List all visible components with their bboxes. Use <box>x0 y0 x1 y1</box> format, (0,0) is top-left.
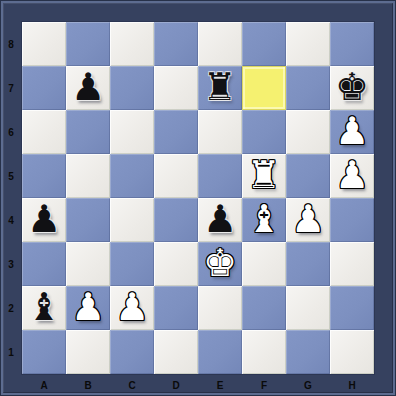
square-d1[interactable] <box>154 330 198 374</box>
square-f7[interactable] <box>242 66 286 110</box>
rank-label-5: 5 <box>0 154 22 198</box>
square-d6[interactable] <box>154 110 198 154</box>
file-label-h: H <box>330 374 374 396</box>
square-f5[interactable]: ♜ <box>242 154 286 198</box>
square-f2[interactable] <box>242 286 286 330</box>
square-d7[interactable] <box>154 66 198 110</box>
square-b3[interactable] <box>66 242 110 286</box>
square-h7[interactable]: ♚ <box>330 66 374 110</box>
piece-black-bishop[interactable]: ♝ <box>27 288 61 326</box>
square-h4[interactable] <box>330 198 374 242</box>
square-e1[interactable] <box>198 330 242 374</box>
square-g6[interactable] <box>286 110 330 154</box>
file-label-f: F <box>242 374 286 396</box>
file-labels: ABCDEFGH <box>22 374 374 396</box>
chess-board: ♟♜♚♟♜♟♟♟♝♟♚♝♟♟ <box>22 22 374 374</box>
square-e8[interactable] <box>198 22 242 66</box>
piece-black-king[interactable]: ♚ <box>335 68 369 106</box>
square-h1[interactable] <box>330 330 374 374</box>
square-a7[interactable] <box>22 66 66 110</box>
square-g3[interactable] <box>286 242 330 286</box>
square-d4[interactable] <box>154 198 198 242</box>
piece-white-pawn[interactable]: ♟ <box>335 156 369 194</box>
square-f6[interactable] <box>242 110 286 154</box>
square-f4[interactable]: ♝ <box>242 198 286 242</box>
square-h6[interactable]: ♟ <box>330 110 374 154</box>
square-d2[interactable] <box>154 286 198 330</box>
square-g5[interactable] <box>286 154 330 198</box>
square-h5[interactable]: ♟ <box>330 154 374 198</box>
rank-label-4: 4 <box>0 198 22 242</box>
rank-label-8: 8 <box>0 22 22 66</box>
rank-label-7: 7 <box>0 66 22 110</box>
piece-black-rook[interactable]: ♜ <box>203 68 237 106</box>
square-a5[interactable] <box>22 154 66 198</box>
square-a8[interactable] <box>22 22 66 66</box>
rank-label-6: 6 <box>0 110 22 154</box>
square-g2[interactable] <box>286 286 330 330</box>
square-c2[interactable]: ♟ <box>110 286 154 330</box>
square-b8[interactable] <box>66 22 110 66</box>
square-h2[interactable] <box>330 286 374 330</box>
square-e2[interactable] <box>198 286 242 330</box>
piece-white-king[interactable]: ♚ <box>203 244 237 282</box>
square-d5[interactable] <box>154 154 198 198</box>
file-label-d: D <box>154 374 198 396</box>
square-b2[interactable]: ♟ <box>66 286 110 330</box>
piece-black-pawn[interactable]: ♟ <box>71 68 105 106</box>
file-label-e: E <box>198 374 242 396</box>
square-e6[interactable] <box>198 110 242 154</box>
square-a2[interactable]: ♝ <box>22 286 66 330</box>
rank-label-3: 3 <box>0 242 22 286</box>
square-a6[interactable] <box>22 110 66 154</box>
square-c8[interactable] <box>110 22 154 66</box>
square-e5[interactable] <box>198 154 242 198</box>
square-b5[interactable] <box>66 154 110 198</box>
square-b6[interactable] <box>66 110 110 154</box>
square-a1[interactable] <box>22 330 66 374</box>
file-label-g: G <box>286 374 330 396</box>
square-h3[interactable] <box>330 242 374 286</box>
file-label-c: C <box>110 374 154 396</box>
piece-white-bishop[interactable]: ♝ <box>247 200 281 238</box>
square-a3[interactable] <box>22 242 66 286</box>
square-c5[interactable] <box>110 154 154 198</box>
square-g1[interactable] <box>286 330 330 374</box>
square-c4[interactable] <box>110 198 154 242</box>
rank-label-2: 2 <box>0 286 22 330</box>
file-label-a: A <box>22 374 66 396</box>
square-e3[interactable]: ♚ <box>198 242 242 286</box>
piece-black-pawn[interactable]: ♟ <box>203 200 237 238</box>
square-a4[interactable]: ♟ <box>22 198 66 242</box>
square-h8[interactable] <box>330 22 374 66</box>
square-c3[interactable] <box>110 242 154 286</box>
square-c7[interactable] <box>110 66 154 110</box>
square-b1[interactable] <box>66 330 110 374</box>
rank-label-1: 1 <box>0 330 22 374</box>
piece-white-pawn[interactable]: ♟ <box>291 200 325 238</box>
square-d8[interactable] <box>154 22 198 66</box>
square-b7[interactable]: ♟ <box>66 66 110 110</box>
square-f8[interactable] <box>242 22 286 66</box>
square-g8[interactable] <box>286 22 330 66</box>
square-e7[interactable]: ♜ <box>198 66 242 110</box>
piece-white-rook[interactable]: ♜ <box>247 156 281 194</box>
piece-white-pawn[interactable]: ♟ <box>335 112 369 150</box>
square-f1[interactable] <box>242 330 286 374</box>
piece-white-pawn[interactable]: ♟ <box>71 288 105 326</box>
rank-labels: 87654321 <box>0 22 22 374</box>
square-c6[interactable] <box>110 110 154 154</box>
file-label-b: B <box>66 374 110 396</box>
square-g7[interactable] <box>286 66 330 110</box>
square-c1[interactable] <box>110 330 154 374</box>
square-f3[interactable] <box>242 242 286 286</box>
square-e4[interactable]: ♟ <box>198 198 242 242</box>
piece-black-pawn[interactable]: ♟ <box>27 200 61 238</box>
square-b4[interactable] <box>66 198 110 242</box>
piece-white-pawn[interactable]: ♟ <box>115 288 149 326</box>
square-d3[interactable] <box>154 242 198 286</box>
square-g4[interactable]: ♟ <box>286 198 330 242</box>
chess-app-window: 87654321 ABCDEFGH ♟♜♚♟♜♟♟♟♝♟♚♝♟♟ <box>0 0 396 396</box>
